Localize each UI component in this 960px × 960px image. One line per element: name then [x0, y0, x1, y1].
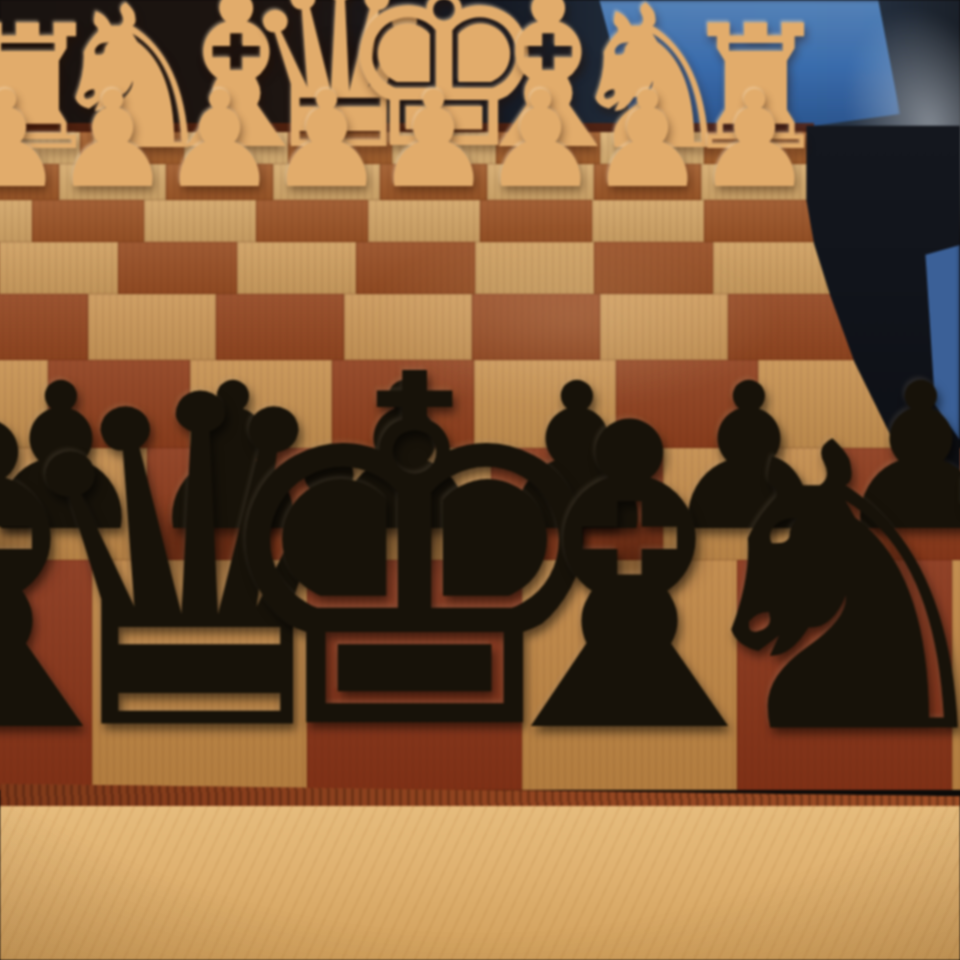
white-pawn-f2: ♟ — [481, 74, 600, 207]
white-pawn-b2: ♟ — [53, 74, 172, 207]
white-pawn-d2: ♟ — [267, 74, 386, 207]
black-rook-h8: ♜ — [905, 439, 960, 783]
white-pawn-c2: ♟ — [160, 74, 279, 207]
photo-canvas: ♜♞♝♛♚♝♞♜♟♟♟♟♟♟♟♟♟♟♟♟♟♟♟♞♝♛♚♝♞♜ — [0, 0, 960, 960]
photo-scene: ♜♞♝♛♚♝♞♜♟♟♟♟♟♟♟♟♟♟♟♟♟♟♟♞♝♛♚♝♞♜ — [0, 0, 960, 960]
white-pawn-g2: ♟ — [588, 74, 707, 207]
white-pawn-h2: ♟ — [695, 74, 814, 207]
pieces-layer: ♜♞♝♛♚♝♞♜♟♟♟♟♟♟♟♟♟♟♟♟♟♟♟♞♝♛♚♝♞♜ — [0, 0, 960, 960]
white-pawn-e2: ♟ — [374, 74, 493, 207]
